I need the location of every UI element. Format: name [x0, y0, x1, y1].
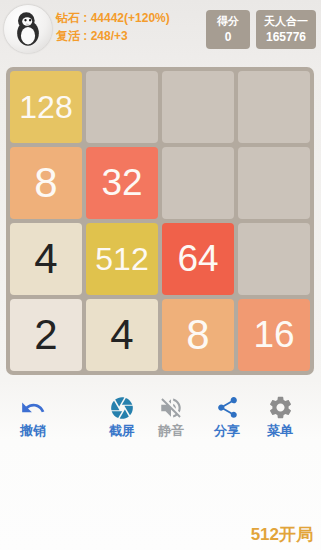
best-value: 165776	[264, 29, 308, 45]
score-label: 得分	[214, 14, 242, 29]
score-boxes: 得分 0 天人合一 165776	[206, 10, 316, 49]
undo-label: 撤销	[0, 423, 71, 439]
game-screen: { "game": "2048 (4x4, Chinese mobile edi…	[0, 0, 321, 550]
empty-cell	[162, 71, 234, 143]
revive-stat: 复活 : 248/+3	[56, 27, 170, 45]
empty-cell	[238, 223, 310, 295]
tile-512: 512	[86, 223, 158, 295]
score-value: 0	[214, 29, 242, 45]
tile-4: 4	[86, 299, 158, 371]
top-bar: 钻石 : 44442(+120%) 复活 : 248/+3 得分 0 天人合一 …	[0, 0, 321, 60]
menu-button[interactable]: 菜单	[242, 393, 318, 439]
player-stats: 钻石 : 44442(+120%) 复活 : 248/+3	[56, 9, 170, 45]
best-box: 天人合一 165776	[256, 10, 316, 49]
empty-cell	[162, 147, 234, 219]
empty-cell	[238, 147, 310, 219]
empty-cell	[238, 71, 310, 143]
empty-cell	[86, 71, 158, 143]
tile-4: 4	[10, 223, 82, 295]
mode-label: 512开局	[251, 523, 313, 546]
undo-arrow-icon	[0, 393, 71, 422]
avatar[interactable]	[4, 5, 52, 53]
board[interactable]: 12883245126424816	[6, 67, 314, 375]
penguin-icon	[8, 9, 48, 49]
tile-8: 8	[162, 299, 234, 371]
toolbar: 撤销 截屏 静音 分享 菜单	[0, 393, 321, 443]
diamond-stat: 钻石 : 44442(+120%)	[56, 9, 170, 27]
tile-16: 16	[238, 299, 310, 371]
tile-32: 32	[86, 147, 158, 219]
menu-label: 菜单	[242, 423, 318, 439]
tile-2: 2	[10, 299, 82, 371]
tile-64: 64	[162, 223, 234, 295]
tile-8: 8	[10, 147, 82, 219]
gear-icon	[242, 393, 318, 422]
tile-128: 128	[10, 71, 82, 143]
best-label: 天人合一	[264, 14, 308, 29]
score-box: 得分 0	[206, 10, 250, 49]
undo-button[interactable]: 撤销	[0, 393, 71, 439]
